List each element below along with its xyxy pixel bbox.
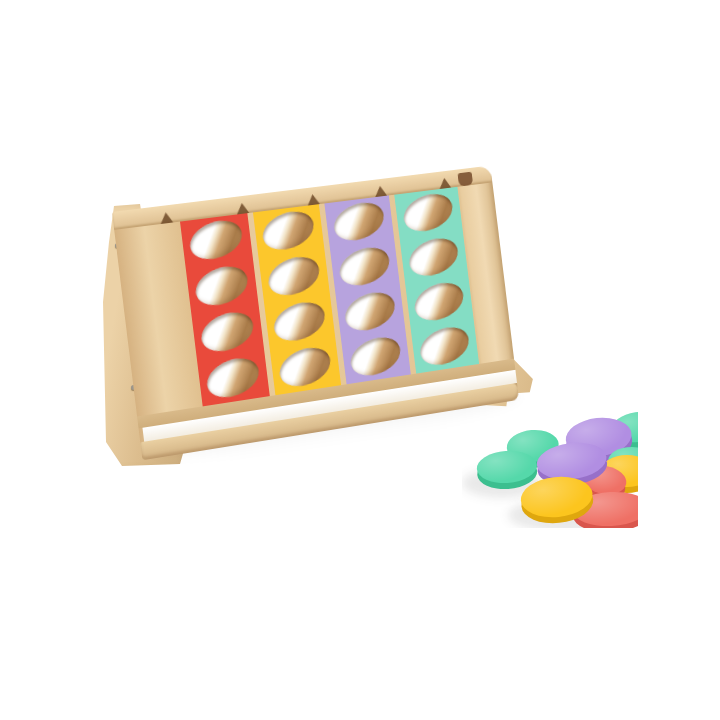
empty-hole — [404, 232, 462, 283]
empty-hole — [258, 205, 319, 257]
empty-hole — [346, 331, 405, 383]
empty-hole — [410, 276, 468, 327]
empty-hole — [275, 341, 336, 394]
empty-hole — [185, 214, 247, 266]
empty-hole — [269, 295, 330, 347]
empty-hole — [399, 187, 457, 237]
empty-hole — [340, 286, 399, 338]
empty-hole — [196, 305, 258, 358]
empty-hole — [202, 351, 264, 404]
empty-hole — [191, 260, 253, 313]
disc-yellow — [519, 473, 595, 526]
empty-hole — [329, 196, 389, 247]
empty-hole — [415, 321, 473, 372]
empty-hole — [335, 241, 394, 292]
empty-hole — [263, 250, 324, 302]
product-photo — [0, 0, 720, 720]
disc-pile — [462, 398, 638, 528]
